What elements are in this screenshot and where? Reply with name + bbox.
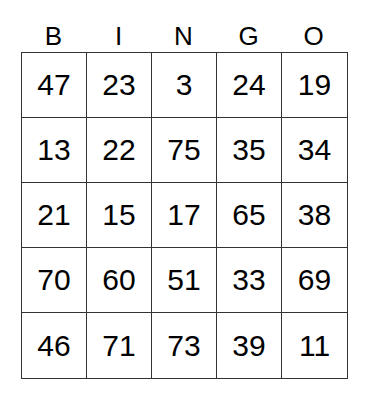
- bingo-cell-r4c2[interactable]: 60: [87, 248, 152, 313]
- bingo-board: 4723324191322753534211517653870605133694…: [21, 52, 348, 379]
- bingo-cell-r5c1[interactable]: 46: [22, 313, 87, 378]
- bingo-cell-r5c4[interactable]: 39: [217, 313, 282, 378]
- bingo-cell-r3c3[interactable]: 17: [152, 183, 217, 248]
- bingo-cell-r3c4[interactable]: 65: [217, 183, 282, 248]
- bingo-cell-r4c1[interactable]: 70: [22, 248, 87, 313]
- bingo-cell-r2c2[interactable]: 22: [87, 118, 152, 183]
- bingo-cell-r4c5[interactable]: 69: [282, 248, 347, 313]
- header-letter-i: I: [86, 23, 151, 49]
- bingo-cell-r2c1[interactable]: 13: [22, 118, 87, 183]
- header-letter-o: O: [281, 23, 346, 49]
- bingo-cell-r3c2[interactable]: 15: [87, 183, 152, 248]
- bingo-card: BINGO 4723324191322753534211517653870605…: [21, 20, 348, 379]
- bingo-cell-r4c4[interactable]: 33: [217, 248, 282, 313]
- bingo-cell-r2c3[interactable]: 75: [152, 118, 217, 183]
- bingo-cell-r3c5[interactable]: 38: [282, 183, 347, 248]
- bingo-cell-r1c4[interactable]: 24: [217, 53, 282, 118]
- bingo-cell-r2c5[interactable]: 34: [282, 118, 347, 183]
- bingo-cell-r5c5[interactable]: 11: [282, 313, 347, 378]
- bingo-card-page: BINGO 4723324191322753534211517653870605…: [0, 0, 368, 400]
- bingo-cell-r5c3[interactable]: 73: [152, 313, 217, 378]
- bingo-cell-r4c3[interactable]: 51: [152, 248, 217, 313]
- bingo-cell-r3c1[interactable]: 21: [22, 183, 87, 248]
- bingo-cell-r2c4[interactable]: 35: [217, 118, 282, 183]
- bingo-cell-r1c5[interactable]: 19: [282, 53, 347, 118]
- header-letter-b: B: [21, 23, 86, 49]
- bingo-header-row: BINGO: [21, 20, 348, 52]
- header-letter-g: G: [216, 23, 281, 49]
- bingo-cell-r1c2[interactable]: 23: [87, 53, 152, 118]
- bingo-cell-r1c3[interactable]: 3: [152, 53, 217, 118]
- header-letter-n: N: [151, 23, 216, 49]
- bingo-cell-r1c1[interactable]: 47: [22, 53, 87, 118]
- bingo-cell-r5c2[interactable]: 71: [87, 313, 152, 378]
